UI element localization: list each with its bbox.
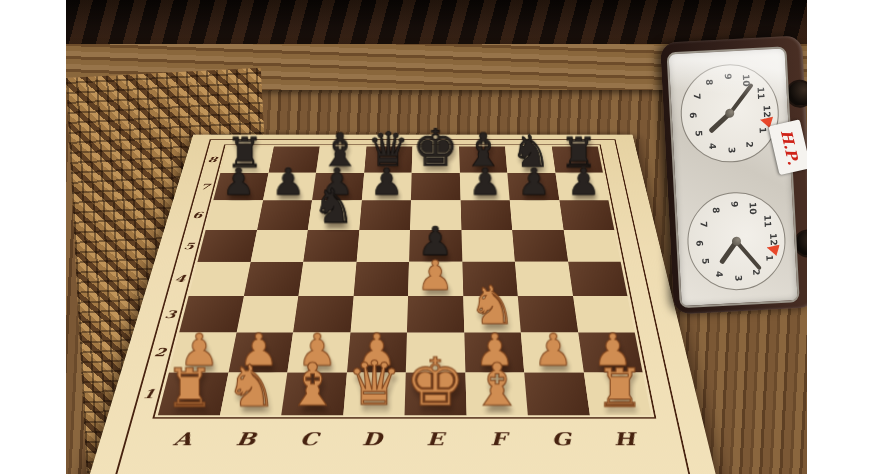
clock-numeral-3: 3 — [727, 147, 737, 154]
piece-white-pawn-g2[interactable]: ♟ — [533, 327, 573, 371]
square-c1[interactable]: ♝ — [281, 372, 346, 415]
rank-label-4: 4 — [170, 273, 191, 284]
square-f5[interactable] — [461, 230, 515, 262]
rank-label-6: 6 — [188, 210, 207, 220]
clock-numeral-4: 4 — [708, 143, 718, 150]
clock-numeral-5: 5 — [700, 258, 710, 265]
square-d4[interactable] — [353, 262, 409, 296]
square-h4[interactable] — [568, 262, 628, 296]
square-f1[interactable]: ♝ — [465, 372, 528, 415]
rank-label-8: 8 — [204, 155, 222, 164]
square-g7[interactable]: ♟ — [507, 173, 559, 201]
clock-numeral-2: 2 — [745, 141, 755, 148]
square-d5[interactable] — [356, 230, 410, 262]
file-label-g: G — [546, 428, 577, 450]
file-label-a: A — [166, 428, 199, 450]
clock-numeral-12: 12 — [761, 105, 772, 118]
square-g5[interactable] — [512, 230, 568, 262]
clock-numeral-6: 6 — [688, 112, 698, 119]
minute-hand — [728, 83, 753, 115]
clock-numeral-6: 6 — [694, 240, 704, 247]
piece-white-bishop-c1[interactable]: ♝ — [286, 356, 339, 415]
clock-face-panel: 123456789101112 123456789101112 — [666, 46, 799, 308]
piece-black-pawn-g7[interactable]: ♟ — [517, 163, 550, 200]
piece-black-pawn-d7[interactable]: ♟ — [370, 163, 403, 200]
clock-numeral-10: 10 — [748, 202, 759, 215]
square-f7[interactable]: ♟ — [460, 173, 510, 201]
file-label-d: D — [357, 428, 387, 450]
square-c6[interactable]: ♞ — [308, 200, 362, 230]
clock-numeral-7: 7 — [698, 221, 708, 228]
clock-numeral-1: 1 — [764, 255, 774, 262]
square-f6[interactable] — [460, 200, 512, 230]
clock-flag-icon — [767, 245, 781, 257]
clock-numeral-12: 12 — [768, 233, 779, 246]
photo-canvas: ♜♝♛♚♝♞♜♟♟♟♟♟♟♟♞♟♟♞♟♟♟♟♟♟♟♜♞♝♛♚♝♜ ABCDEFG… — [0, 0, 880, 474]
clock-numeral-9: 9 — [729, 201, 739, 208]
piece-black-pawn-h7[interactable]: ♟ — [567, 163, 600, 200]
chess-clock: 123456789101112 123456789101112 — [663, 38, 807, 312]
chess-board: ♜♝♛♚♝♞♜♟♟♟♟♟♟♟♞♟♟♞♟♟♟♟♟♟♟♜♞♝♛♚♝♜ — [158, 146, 651, 415]
square-e7[interactable] — [411, 173, 460, 201]
clock-numeral-2: 2 — [751, 269, 761, 276]
square-d1[interactable]: ♛ — [343, 372, 406, 415]
file-label-c: C — [293, 428, 324, 450]
square-b5[interactable] — [250, 230, 307, 262]
clock-numeral-1: 1 — [758, 127, 768, 134]
hour-hand — [719, 240, 739, 265]
square-a5[interactable] — [197, 230, 256, 262]
file-label-b: B — [230, 428, 262, 450]
file-label-f: F — [483, 428, 513, 450]
file-label-e: E — [421, 428, 450, 450]
square-b1[interactable]: ♞ — [220, 372, 288, 415]
square-h5[interactable] — [563, 230, 620, 262]
piece-black-pawn-b7[interactable]: ♟ — [271, 163, 304, 200]
hand-center-pin — [725, 109, 734, 118]
clock-numeral-3: 3 — [733, 275, 743, 282]
square-d7[interactable]: ♟ — [361, 173, 411, 201]
clock-numeral-8: 8 — [704, 79, 714, 86]
piece-white-rook-h1[interactable]: ♜ — [596, 361, 644, 415]
square-a6[interactable] — [206, 200, 263, 230]
square-a4[interactable] — [189, 262, 251, 296]
square-c4[interactable] — [298, 262, 356, 296]
piece-white-knight-b1[interactable]: ♞ — [226, 358, 277, 415]
square-a7[interactable]: ♟ — [213, 173, 268, 201]
piece-white-king-e1[interactable]: ♚ — [406, 349, 466, 415]
clock-body: 123456789101112 123456789101112 — [660, 35, 807, 314]
square-b7[interactable]: ♟ — [263, 173, 316, 201]
square-g2[interactable]: ♟ — [521, 333, 584, 373]
square-h1[interactable]: ♜ — [583, 372, 651, 415]
clock-numeral-10: 10 — [741, 74, 752, 87]
clock-face-upper: 123456789101112 — [678, 62, 781, 165]
piece-black-knight-c6[interactable]: ♞ — [312, 183, 355, 230]
board-sheet: ♜♝♛♚♝♞♜♟♟♟♟♟♟♟♞♟♟♞♟♟♟♟♟♟♟♜♞♝♛♚♝♜ ABCDEFG… — [82, 135, 722, 474]
hour-hand — [708, 112, 731, 134]
square-b4[interactable] — [244, 262, 304, 296]
clock-numeral-11: 11 — [762, 215, 773, 228]
square-b6[interactable] — [257, 200, 312, 230]
square-h6[interactable] — [559, 200, 614, 230]
square-e4[interactable]: ♟ — [408, 262, 463, 296]
hand-center-pin — [732, 236, 741, 245]
square-g1[interactable] — [524, 372, 589, 415]
clock-numeral-9: 9 — [723, 73, 733, 80]
rank-label-1: 1 — [137, 386, 161, 400]
rank-label-3: 3 — [160, 308, 182, 320]
clock-numeral-8: 8 — [711, 207, 721, 214]
file-label-h: H — [608, 428, 640, 450]
rank-label-5: 5 — [179, 240, 199, 251]
piece-white-rook-a1[interactable]: ♜ — [166, 361, 214, 415]
square-e1[interactable]: ♚ — [405, 372, 467, 415]
clock-sticker-text: Н.Р. — [777, 128, 803, 167]
square-h7[interactable]: ♟ — [555, 173, 608, 201]
rank-label-2: 2 — [149, 346, 172, 359]
square-d6[interactable] — [359, 200, 411, 230]
clock-face-lower: 123456789101112 — [685, 190, 788, 293]
clock-numeral-4: 4 — [715, 271, 725, 278]
square-g4[interactable] — [515, 262, 573, 296]
clock-dial-lower: 123456789101112 — [782, 191, 787, 287]
piece-black-king-e8[interactable]: ♚ — [412, 122, 458, 174]
photo: ♜♝♛♚♝♞♜♟♟♟♟♟♟♟♞♟♟♞♟♟♟♟♟♟♟♜♞♝♛♚♝♜ ABCDEFG… — [66, 0, 807, 474]
clock-numeral-11: 11 — [755, 87, 766, 100]
piece-black-pawn-f7[interactable]: ♟ — [468, 163, 501, 200]
minute-hand — [735, 240, 762, 270]
square-e3[interactable] — [407, 296, 464, 333]
rank-label-7: 7 — [196, 182, 215, 191]
piece-white-queen-d1[interactable]: ♛ — [347, 354, 402, 415]
clock-numeral-5: 5 — [694, 130, 704, 137]
piece-black-pawn-a7[interactable]: ♟ — [222, 163, 255, 200]
square-c5[interactable] — [303, 230, 359, 262]
square-e8[interactable]: ♚ — [412, 146, 460, 172]
clock-numeral-7: 7 — [692, 93, 702, 100]
square-g6[interactable] — [510, 200, 564, 230]
square-a1[interactable]: ♜ — [158, 372, 228, 415]
piece-white-pawn-e4[interactable]: ♟ — [417, 255, 454, 296]
piece-white-bishop-f1[interactable]: ♝ — [470, 356, 523, 415]
